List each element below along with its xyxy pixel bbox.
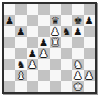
piece-white-bishop: ♝ [17, 71, 26, 81]
chess-board: ♟♛♚♟♟♟♞♟♟♜♟♟♞♟♞♝♟♟♚ [4, 4, 95, 92]
piece-black-pawn: ♟ [28, 49, 37, 59]
chess-diagram: ♟♛♚♟♟♟♞♟♟♜♟♟♞♟♞♝♟♟♚ [0, 0, 99, 96]
square-f7[interactable] [61, 15, 72, 26]
square-a6[interactable] [4, 26, 15, 37]
piece-black-pawn: ♟ [73, 27, 82, 37]
square-b2[interactable]: ♝ [15, 70, 26, 81]
piece-black-queen: ♛ [51, 16, 60, 26]
square-a2[interactable] [4, 70, 15, 81]
square-f5[interactable] [61, 37, 72, 48]
square-e8[interactable] [50, 4, 61, 15]
square-b7[interactable] [15, 15, 26, 26]
square-f3[interactable] [61, 59, 72, 70]
square-f1[interactable] [61, 81, 72, 92]
square-d5[interactable]: ♟ [38, 37, 49, 48]
square-e2[interactable] [50, 70, 61, 81]
square-f2[interactable] [61, 70, 72, 81]
piece-white-pawn: ♟ [73, 71, 82, 81]
square-c5[interactable] [27, 37, 38, 48]
square-e7[interactable]: ♛ [50, 15, 61, 26]
piece-black-king: ♚ [73, 16, 82, 26]
square-g8[interactable] [72, 4, 83, 15]
square-b6[interactable]: ♟ [15, 26, 26, 37]
square-e3[interactable] [50, 59, 61, 70]
square-e6[interactable]: ♟ [50, 26, 61, 37]
square-e5[interactable]: ♜ [50, 37, 61, 48]
piece-white-pawn: ♟ [28, 60, 37, 70]
square-g7[interactable]: ♚ [72, 15, 83, 26]
square-g5[interactable] [72, 37, 83, 48]
piece-white-rook: ♜ [51, 38, 60, 48]
piece-white-pawn: ♟ [39, 49, 48, 59]
square-d3[interactable] [38, 59, 49, 70]
square-a5[interactable] [4, 37, 15, 48]
piece-black-pawn: ♟ [17, 27, 26, 37]
square-h5[interactable] [84, 37, 95, 48]
square-g1[interactable]: ♚ [72, 81, 83, 92]
square-a7[interactable]: ♟ [4, 15, 15, 26]
board-frame: ♟♛♚♟♟♟♞♟♟♜♟♟♞♟♞♝♟♟♚ [2, 2, 97, 94]
square-c3[interactable]: ♟ [27, 59, 38, 70]
square-h3[interactable] [84, 59, 95, 70]
piece-white-pawn: ♟ [51, 27, 60, 37]
square-g6[interactable]: ♟ [72, 26, 83, 37]
square-c6[interactable] [27, 26, 38, 37]
square-e4[interactable] [50, 48, 61, 59]
square-d4[interactable]: ♟ [38, 48, 49, 59]
piece-black-knight: ♞ [17, 60, 26, 70]
square-d1[interactable] [38, 81, 49, 92]
piece-white-pawn: ♟ [85, 71, 94, 81]
square-d7[interactable] [38, 15, 49, 26]
square-f8[interactable] [61, 4, 72, 15]
square-h1[interactable] [84, 81, 95, 92]
square-b4[interactable] [15, 48, 26, 59]
square-h2[interactable]: ♟ [84, 70, 95, 81]
square-a8[interactable] [4, 4, 15, 15]
square-d2[interactable] [38, 70, 49, 81]
square-a1[interactable] [4, 81, 15, 92]
square-h7[interactable]: ♟ [84, 15, 95, 26]
square-d8[interactable] [38, 4, 49, 15]
square-a3[interactable] [4, 59, 15, 70]
piece-black-pawn: ♟ [85, 16, 94, 26]
piece-white-king: ♚ [73, 82, 82, 92]
square-g3[interactable]: ♞ [72, 59, 83, 70]
square-h6[interactable] [84, 26, 95, 37]
square-b1[interactable] [15, 81, 26, 92]
square-b3[interactable]: ♞ [15, 59, 26, 70]
square-b5[interactable] [15, 37, 26, 48]
square-c2[interactable] [27, 70, 38, 81]
square-h4[interactable] [84, 48, 95, 59]
square-e1[interactable] [50, 81, 61, 92]
square-f6[interactable]: ♞ [61, 26, 72, 37]
square-c8[interactable] [27, 4, 38, 15]
square-d6[interactable] [38, 26, 49, 37]
piece-black-knight: ♞ [62, 27, 71, 37]
square-c1[interactable] [27, 81, 38, 92]
square-g4[interactable] [72, 48, 83, 59]
square-b8[interactable] [15, 4, 26, 15]
square-a4[interactable] [4, 48, 15, 59]
piece-black-pawn: ♟ [5, 16, 14, 26]
square-h8[interactable] [84, 4, 95, 15]
piece-white-knight: ♞ [73, 60, 82, 70]
square-g2[interactable]: ♟ [72, 70, 83, 81]
piece-black-pawn: ♟ [39, 38, 48, 48]
square-c7[interactable] [27, 15, 38, 26]
square-c4[interactable]: ♟ [27, 48, 38, 59]
square-f4[interactable] [61, 48, 72, 59]
